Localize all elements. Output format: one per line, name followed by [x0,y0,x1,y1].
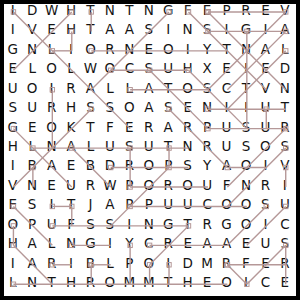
grid-cell[interactable]: S [256,195,275,214]
grid-cell[interactable]: X [197,59,216,78]
grid-cell[interactable]: J [81,195,100,214]
grid-cell[interactable]: I [120,215,139,234]
grid-cell[interactable]: G [3,40,22,59]
grid-cell[interactable]: K [61,118,80,137]
grid-cell[interactable]: F [100,118,119,137]
grid-cell[interactable]: S [178,157,197,176]
grid-cell[interactable]: A [197,234,216,253]
grid-cell[interactable]: O [42,118,61,137]
grid-cell[interactable]: E [120,118,139,137]
grid-cell[interactable]: L [81,137,100,156]
grid-cell[interactable]: T [275,98,294,117]
grid-cell[interactable]: L [100,79,119,98]
grid-cell[interactable]: U [159,59,178,78]
grid-cell[interactable]: I [3,157,22,176]
grid-cell[interactable]: O [236,157,255,176]
grid-cell[interactable]: O [139,157,158,176]
grid-cell[interactable]: V [22,20,41,39]
grid-cell[interactable]: I [275,176,294,195]
grid-cell[interactable]: S [81,98,100,117]
grid-cell[interactable]: F [236,254,255,273]
grid-cell[interactable]: T [159,137,178,156]
grid-cell[interactable]: A [139,79,158,98]
grid-cell[interactable]: A [217,234,236,253]
grid-cell[interactable]: Y [120,234,139,253]
grid-cell[interactable]: S [81,215,100,234]
grid-cell[interactable]: S [100,98,119,117]
grid-cell[interactable]: I [3,20,22,39]
grid-cell[interactable]: O [100,59,119,78]
grid-cell[interactable]: Y [197,157,216,176]
grid-cell[interactable]: E [178,98,197,117]
grid-cell[interactable]: V [256,79,275,98]
grid-cell[interactable]: D [100,157,119,176]
grid-cell[interactable]: T [81,20,100,39]
grid-cell[interactable]: A [139,98,158,117]
grid-cell[interactable]: L [100,254,119,273]
grid-cell[interactable]: E [42,176,61,195]
grid-cell[interactable]: S [139,59,158,78]
grid-cell[interactable]: N [61,234,80,253]
grid-cell[interactable]: H [178,273,197,292]
grid-cell[interactable]: U [256,118,275,137]
grid-cell[interactable]: N [236,40,255,59]
grid-cell[interactable]: S [159,98,178,117]
grid-cell[interactable]: N [120,40,139,59]
grid-cell[interactable]: L [275,40,294,59]
grid-cell[interactable]: V [275,1,294,20]
grid-cell[interactable]: I [159,20,178,39]
grid-cell[interactable]: A [217,157,236,176]
grid-cell[interactable]: N [42,137,61,156]
grid-cell[interactable]: A [256,40,275,59]
grid-cell[interactable]: R [275,118,294,137]
grid-cell[interactable]: O [81,40,100,59]
grid-cell[interactable]: O [217,273,236,292]
grid-cell[interactable]: W [42,1,61,20]
grid-cell[interactable]: U [217,118,236,137]
grid-cell[interactable]: N [100,1,119,20]
grid-cell[interactable]: R [159,234,178,253]
grid-cell[interactable]: L [61,59,80,78]
grid-cell[interactable]: G [159,1,178,20]
grid-cell[interactable]: T [81,1,100,20]
grid-cell[interactable]: S [22,195,41,214]
grid-cell[interactable]: E [256,59,275,78]
grid-cell[interactable]: E [42,20,61,39]
grid-cell[interactable]: S [3,98,22,117]
grid-cell[interactable]: R [256,176,275,195]
grid-cell[interactable]: F [61,215,80,234]
grid-cell[interactable]: O [100,273,119,292]
grid-cell[interactable]: N [139,1,158,20]
grid-cell[interactable]: M [120,273,139,292]
grid-cell[interactable]: R [178,118,197,137]
grid-cell[interactable]: I [236,273,255,292]
grid-cell[interactable]: D [275,59,294,78]
grid-cell[interactable]: E [197,1,216,20]
grid-cell[interactable]: P [22,215,41,234]
grid-cell[interactable]: E [139,40,158,59]
grid-cell[interactable]: A [159,118,178,137]
grid-cell[interactable]: L [22,137,41,156]
grid-cell[interactable]: C [197,195,216,214]
grid-cell[interactable]: I [236,98,255,117]
grid-cell[interactable]: I [42,195,61,214]
grid-cell[interactable]: E [3,195,22,214]
grid-cell[interactable]: O [178,79,197,98]
grid-cell[interactable]: I [159,254,178,273]
grid-cell[interactable]: S [100,215,119,234]
grid-cell[interactable]: G [81,234,100,253]
grid-cell[interactable]: R [159,176,178,195]
grid-cell[interactable]: G [3,118,22,137]
grid-cell[interactable]: B [81,157,100,176]
grid-cell[interactable]: L [3,273,22,292]
grid-cell[interactable]: A [100,195,119,214]
grid-cell[interactable]: I [3,254,22,273]
grid-cell[interactable]: T [178,215,197,234]
grid-cell[interactable]: R [275,254,294,273]
grid-cell[interactable]: Y [197,40,216,59]
grid-cell[interactable]: A [100,20,119,39]
grid-cell[interactable]: U [42,215,61,234]
grid-cell[interactable]: D [178,254,197,273]
grid-cell[interactable]: C [217,79,236,98]
grid-cell[interactable]: R [42,98,61,117]
grid-cell[interactable]: A [120,20,139,39]
grid-cell[interactable]: R [81,176,100,195]
grid-cell[interactable]: P [139,195,158,214]
grid-cell[interactable]: P [120,195,139,214]
grid-cell[interactable]: H [61,20,80,39]
grid-cell[interactable]: U [256,98,275,117]
grid-cell[interactable]: T [217,40,236,59]
grid-cell[interactable]: U [178,195,197,214]
grid-cell[interactable]: I [61,40,80,59]
grid-cell[interactable]: G [236,20,255,39]
grid-cell[interactable]: T [61,195,80,214]
grid-cell[interactable]: B [81,254,100,273]
grid-cell[interactable]: U [22,98,41,117]
grid-cell[interactable]: P [217,1,236,20]
grid-cell[interactable]: A [22,254,41,273]
grid-cell[interactable]: H [3,234,22,253]
grid-cell[interactable]: E [217,59,236,78]
grid-cell[interactable]: U [3,79,22,98]
grid-cell[interactable]: R [197,137,216,156]
grid-cell[interactable]: C [256,273,275,292]
grid-cell[interactable]: L [120,79,139,98]
grid-cell[interactable]: U [139,137,158,156]
grid-cell[interactable]: R [61,79,80,98]
grid-cell[interactable]: R [197,215,216,234]
grid-cell[interactable]: P [120,176,139,195]
grid-cell[interactable]: O [256,137,275,156]
grid-cell[interactable]: N [178,20,197,39]
grid-cell[interactable]: F [217,176,236,195]
grid-cell[interactable]: L [42,234,61,253]
grid-cell[interactable]: U [275,195,294,214]
grid-cell[interactable]: A [275,20,294,39]
grid-cell[interactable]: I [61,254,80,273]
grid-cell[interactable]: L [22,59,41,78]
grid-cell[interactable]: O [139,176,158,195]
grid-cell[interactable]: O [22,79,41,98]
grid-cell[interactable]: H [3,137,22,156]
grid-cell[interactable]: S [139,20,158,39]
grid-cell[interactable]: H [178,59,197,78]
grid-cell[interactable]: A [81,79,100,98]
grid-cell[interactable]: R [42,254,61,273]
grid-cell[interactable]: N [197,98,216,117]
grid-cell[interactable]: F [178,1,197,20]
grid-cell[interactable]: C [275,215,294,234]
grid-cell[interactable]: U [197,176,216,195]
grid-cell[interactable]: O [236,195,255,214]
grid-cell[interactable]: R [236,1,255,20]
letter-grid: IDWHTNTNGFEPREVIVEHTAASINSIGIAGNLIORNEOI… [3,1,295,293]
grid-cell[interactable]: R [100,40,119,59]
grid-cell[interactable]: C [139,234,158,253]
grid-cell[interactable]: I [217,20,236,39]
grid-cell[interactable]: E [22,118,41,137]
grid-cell[interactable]: R [81,273,100,292]
grid-cell[interactable]: G [217,215,236,234]
grid-cell[interactable]: S [120,137,139,156]
grid-cell[interactable]: P [197,118,216,137]
grid-cell[interactable]: U [61,176,80,195]
grid-cell[interactable]: U [217,137,236,156]
grid-cell[interactable]: T [236,79,255,98]
grid-cell[interactable]: B [22,157,41,176]
grid-cell[interactable]: W [100,176,119,195]
grid-cell[interactable]: P [120,254,139,273]
grid-cell[interactable]: H [61,1,80,20]
grid-cell[interactable]: M [197,254,216,273]
grid-cell[interactable]: S [197,20,216,39]
grid-cell[interactable]: E [3,59,22,78]
grid-cell[interactable]: R [139,118,158,137]
grid-cell[interactable]: U [100,137,119,156]
grid-cell[interactable]: I [100,234,119,253]
grid-cell[interactable]: R [120,157,139,176]
grid-cell[interactable]: O [236,215,255,234]
grid-cell[interactable]: V [275,157,294,176]
grid-cell[interactable]: W [81,59,100,78]
grid-cell[interactable]: D [22,1,41,20]
grid-cell[interactable]: T [42,273,61,292]
grid-cell[interactable]: I [256,20,275,39]
grid-cell[interactable]: S [236,137,255,156]
grid-cell[interactable]: T [159,273,178,292]
grid-cell[interactable]: N [139,215,158,234]
grid-cell[interactable]: E [275,273,294,292]
grid-cell[interactable]: O [178,176,197,195]
grid-cell[interactable]: M [139,273,158,292]
grid-cell[interactable]: T [120,1,139,20]
grid-cell[interactable]: I [217,98,236,117]
grid-cell[interactable]: O [139,254,158,273]
grid-cell[interactable]: T [159,79,178,98]
grid-cell[interactable]: S [197,79,216,98]
grid-cell[interactable]: E [178,234,197,253]
grid-cell[interactable]: V [3,176,22,195]
grid-cell[interactable]: I [178,40,197,59]
grid-cell[interactable]: R [217,254,236,273]
grid-cell[interactable]: L [42,40,61,59]
grid-cell[interactable]: A [42,157,61,176]
grid-cell[interactable]: N [22,40,41,59]
grid-cell[interactable]: E [256,1,275,20]
grid-cell[interactable]: O [120,98,139,117]
grid-cell[interactable]: N [236,176,255,195]
grid-cell[interactable]: N [22,176,41,195]
word-search-board: IDWHTNTNGFEPREVIVEHTAASINSIGIAGNLIORNEOI… [0,0,300,300]
grid-cell[interactable]: E [197,273,216,292]
grid-cell[interactable]: O [159,40,178,59]
grid-cell[interactable]: O [3,215,22,234]
grid-cell[interactable]: I [256,157,275,176]
grid-cell[interactable]: I [3,1,22,20]
grid-cell[interactable]: H [61,273,80,292]
grid-cell[interactable]: O [42,59,61,78]
grid-cell[interactable]: E [236,234,255,253]
grid-cell[interactable]: S [275,137,294,156]
grid-cell[interactable]: P [159,157,178,176]
grid-cell[interactable]: E [256,254,275,273]
grid-cell[interactable]: N [275,79,294,98]
grid-cell[interactable]: S [275,234,294,253]
grid-cell[interactable]: S [236,118,255,137]
grid-cell[interactable]: H [61,98,80,117]
grid-cell[interactable]: I [42,79,61,98]
grid-cell[interactable]: U [256,234,275,253]
grid-cell[interactable]: I [256,215,275,234]
grid-cell[interactable]: C [120,59,139,78]
grid-cell[interactable]: I [236,59,255,78]
grid-cell[interactable]: T [81,118,100,137]
grid-cell[interactable]: A [22,234,41,253]
grid-cell[interactable]: E [61,157,80,176]
grid-cell[interactable]: N [178,137,197,156]
grid-cell[interactable]: O [217,195,236,214]
grid-cell[interactable]: A [61,137,80,156]
grid-cell[interactable]: U [159,195,178,214]
grid-cell[interactable]: G [159,215,178,234]
grid-cell[interactable]: N [22,273,41,292]
